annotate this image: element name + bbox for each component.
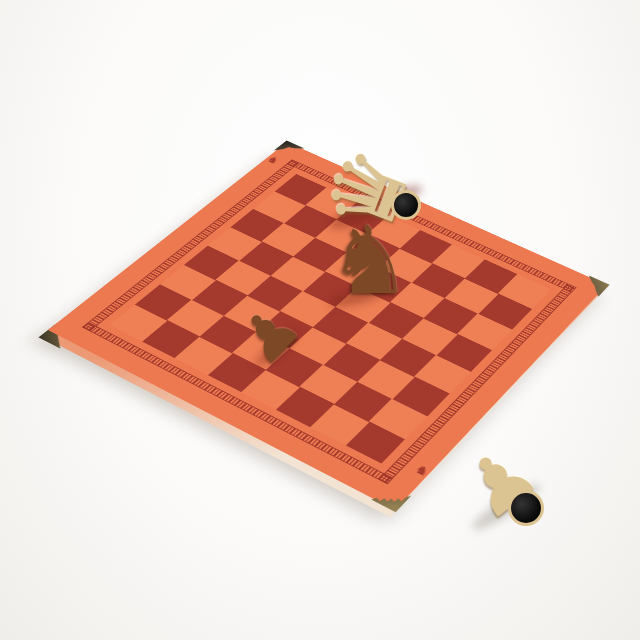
felt-base [391,190,421,220]
knight-motif-bottom-icon: ♞ [411,463,432,479]
felt-base [508,490,544,526]
metal-corner-right-icon [574,274,610,298]
black-knight-standing: ♞ [328,214,412,308]
knight-motif-top-icon: ♞ [264,155,282,166]
product-photo-stage: ♞ ♞ ♛♞♟♟ [0,0,640,640]
